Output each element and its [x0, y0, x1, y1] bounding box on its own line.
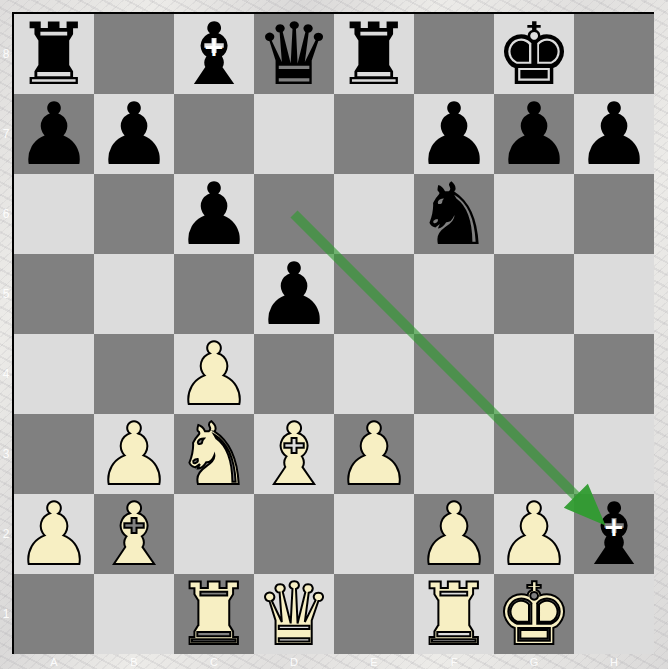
square-e5[interactable] — [334, 254, 414, 334]
piece-white-pawn[interactable]: ♟ — [95, 414, 172, 494]
square-g8[interactable]: ♚ — [494, 14, 574, 94]
square-e8[interactable]: ♜ — [334, 14, 414, 94]
square-h4[interactable] — [574, 334, 654, 414]
square-d1[interactable]: ♛ — [254, 574, 334, 654]
square-d8[interactable]: ♛ — [254, 14, 334, 94]
square-b8[interactable] — [94, 14, 174, 94]
square-h6[interactable] — [574, 174, 654, 254]
piece-black-queen[interactable]: ♛ — [255, 14, 332, 94]
rank-label-8: 8 — [0, 14, 12, 94]
square-a6[interactable] — [14, 174, 94, 254]
square-g1[interactable]: ♚ — [494, 574, 574, 654]
square-g7[interactable]: ♟ — [494, 94, 574, 174]
piece-white-king[interactable]: ♚ — [495, 574, 572, 654]
square-f2[interactable]: ♟ — [414, 494, 494, 574]
piece-white-knight[interactable]: ♞ — [175, 414, 252, 494]
piece-white-pawn[interactable]: ♟ — [15, 494, 92, 574]
marble-background: ♜♝♛♜♚♟♟♟♟♟♟♞♟♟♟♞♝♟♟♝♟♟♝♜♛♜♚ 87654321 ABC… — [0, 0, 668, 669]
chess-board: ♜♝♛♜♚♟♟♟♟♟♟♞♟♟♟♞♝♟♟♝♟♟♝♜♛♜♚ — [14, 14, 654, 654]
square-a3[interactable] — [14, 414, 94, 494]
piece-black-king[interactable]: ♚ — [495, 14, 572, 94]
square-h7[interactable]: ♟ — [574, 94, 654, 174]
square-b5[interactable] — [94, 254, 174, 334]
piece-white-pawn[interactable]: ♟ — [415, 494, 492, 574]
square-g2[interactable]: ♟ — [494, 494, 574, 574]
piece-black-bishop[interactable]: ♝ — [175, 14, 252, 94]
square-h1[interactable] — [574, 574, 654, 654]
piece-black-pawn[interactable]: ♟ — [175, 174, 252, 254]
square-b7[interactable]: ♟ — [94, 94, 174, 174]
square-h3[interactable] — [574, 414, 654, 494]
file-label-b: B — [94, 656, 174, 669]
square-f8[interactable] — [414, 14, 494, 94]
square-f6[interactable]: ♞ — [414, 174, 494, 254]
square-b6[interactable] — [94, 174, 174, 254]
square-f1[interactable]: ♜ — [414, 574, 494, 654]
rank-label-2: 2 — [0, 494, 12, 574]
square-f4[interactable] — [414, 334, 494, 414]
square-e6[interactable] — [334, 174, 414, 254]
square-f5[interactable] — [414, 254, 494, 334]
rank-label-6: 6 — [0, 174, 12, 254]
square-f3[interactable] — [414, 414, 494, 494]
square-g4[interactable] — [494, 334, 574, 414]
piece-black-pawn[interactable]: ♟ — [415, 94, 492, 174]
square-c1[interactable]: ♜ — [174, 574, 254, 654]
piece-black-pawn[interactable]: ♟ — [575, 94, 652, 174]
square-e1[interactable] — [334, 574, 414, 654]
file-label-d: D — [254, 656, 334, 669]
square-e4[interactable] — [334, 334, 414, 414]
piece-black-rook[interactable]: ♜ — [335, 14, 412, 94]
square-g5[interactable] — [494, 254, 574, 334]
square-c7[interactable] — [174, 94, 254, 174]
piece-black-pawn[interactable]: ♟ — [15, 94, 92, 174]
square-g6[interactable] — [494, 174, 574, 254]
square-b3[interactable]: ♟ — [94, 414, 174, 494]
piece-white-pawn[interactable]: ♟ — [335, 414, 412, 494]
square-c4[interactable]: ♟ — [174, 334, 254, 414]
square-a4[interactable] — [14, 334, 94, 414]
square-c2[interactable] — [174, 494, 254, 574]
square-b1[interactable] — [94, 574, 174, 654]
square-a5[interactable] — [14, 254, 94, 334]
rank-label-1: 1 — [0, 574, 12, 654]
square-a2[interactable]: ♟ — [14, 494, 94, 574]
piece-black-pawn[interactable]: ♟ — [255, 254, 332, 334]
piece-white-bishop[interactable]: ♝ — [95, 494, 172, 574]
piece-black-knight[interactable]: ♞ — [415, 174, 492, 254]
piece-white-rook[interactable]: ♜ — [175, 574, 252, 654]
rank-label-5: 5 — [0, 254, 12, 334]
square-e3[interactable]: ♟ — [334, 414, 414, 494]
square-c5[interactable] — [174, 254, 254, 334]
piece-black-bishop[interactable]: ♝ — [575, 494, 652, 574]
piece-white-bishop[interactable]: ♝ — [255, 414, 332, 494]
file-label-f: F — [414, 656, 494, 669]
piece-black-pawn[interactable]: ♟ — [495, 94, 572, 174]
square-h5[interactable] — [574, 254, 654, 334]
square-f7[interactable]: ♟ — [414, 94, 494, 174]
square-a8[interactable]: ♜ — [14, 14, 94, 94]
square-d6[interactable] — [254, 174, 334, 254]
square-d7[interactable] — [254, 94, 334, 174]
square-c6[interactable]: ♟ — [174, 174, 254, 254]
square-d5[interactable]: ♟ — [254, 254, 334, 334]
square-a7[interactable]: ♟ — [14, 94, 94, 174]
square-g3[interactable] — [494, 414, 574, 494]
file-label-h: H — [574, 656, 654, 669]
piece-white-pawn[interactable]: ♟ — [495, 494, 572, 574]
file-label-e: E — [334, 656, 414, 669]
board-frame: ♜♝♛♜♚♟♟♟♟♟♟♞♟♟♟♞♝♟♟♝♟♟♝♜♛♜♚ — [12, 12, 654, 654]
piece-black-rook[interactable]: ♜ — [15, 14, 92, 94]
square-e7[interactable] — [334, 94, 414, 174]
square-a1[interactable] — [14, 574, 94, 654]
file-label-a: A — [14, 656, 94, 669]
square-c3[interactable]: ♞ — [174, 414, 254, 494]
piece-white-queen[interactable]: ♛ — [255, 574, 332, 654]
square-h8[interactable] — [574, 14, 654, 94]
piece-black-pawn[interactable]: ♟ — [95, 94, 172, 174]
rank-label-4: 4 — [0, 334, 12, 414]
square-c8[interactable]: ♝ — [174, 14, 254, 94]
file-label-g: G — [494, 656, 574, 669]
square-d3[interactable]: ♝ — [254, 414, 334, 494]
square-b4[interactable] — [94, 334, 174, 414]
square-d4[interactable] — [254, 334, 334, 414]
piece-white-pawn[interactable]: ♟ — [175, 334, 252, 414]
piece-white-rook[interactable]: ♜ — [415, 574, 492, 654]
rank-label-3: 3 — [0, 414, 12, 494]
square-h2[interactable]: ♝ — [574, 494, 654, 574]
square-b2[interactable]: ♝ — [94, 494, 174, 574]
rank-label-7: 7 — [0, 94, 12, 174]
square-e2[interactable] — [334, 494, 414, 574]
file-label-c: C — [174, 656, 254, 669]
square-d2[interactable] — [254, 494, 334, 574]
